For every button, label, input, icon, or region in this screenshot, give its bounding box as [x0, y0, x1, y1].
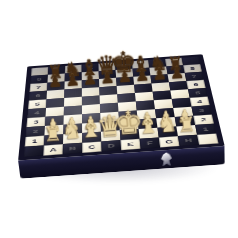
board-grid: ABCDEFGH8♜♞♝♛♚♝♞♜87♟♟♟♟♟♟♟♟7665544332♟♟♟… [24, 57, 219, 157]
coordinate-label: 3 [199, 108, 205, 113]
coordinate-label: 4 [34, 111, 39, 116]
coordinate-label: 6 [193, 82, 199, 86]
coordinate-label: 5 [35, 102, 40, 107]
coordinate-label: G [165, 139, 173, 145]
square-a5 [46, 98, 64, 108]
coordinate-label: C [88, 144, 95, 150]
coordinate-label: 1 [202, 127, 208, 132]
coordinate-label: A [53, 68, 59, 72]
coordinate-label: 4 [197, 99, 203, 104]
coordinate-label: B [69, 146, 76, 152]
coordinate-label: 3 [33, 120, 38, 125]
coordinate-label: H [184, 138, 192, 143]
clasp-icon [161, 152, 172, 166]
square-b5 [64, 97, 82, 107]
coordinate-label: G [154, 61, 161, 65]
border-cell [197, 133, 218, 144]
chess-board: ABCDEFGH8♜♞♝♛♚♝♞♜87♟♟♟♟♟♟♟♟7665544332♟♟♟… [18, 54, 225, 160]
coordinate-label: E [127, 142, 134, 147]
coordinate-label: F [147, 140, 153, 145]
border-cell: B [63, 143, 82, 155]
coordinate-label: 8 [37, 77, 42, 81]
coordinate-label: 5 [195, 91, 201, 96]
coordinate-label: D [104, 65, 110, 69]
perspective-scene: ABCDEFGH8♜♞♝♛♚♝♞♜87♟♟♟♟♟♟♟♟7665544332♟♟♟… [0, 0, 238, 238]
scene-rotation: ABCDEFGH8♜♞♝♛♚♝♞♜87♟♟♟♟♟♟♟♟7665544332♟♟♟… [0, 0, 238, 238]
coordinate-label: 2 [200, 117, 206, 122]
square-g5 [153, 91, 172, 101]
photo-background: ABCDEFGH8♜♞♝♛♚♝♞♜87♟♟♟♟♟♟♟♟7665544332♟♟♟… [0, 0, 238, 238]
border-cell: C [82, 141, 102, 152]
border-cell: D [101, 140, 121, 151]
coordinate-label: H [171, 60, 178, 64]
border-cell: E [120, 139, 140, 150]
coordinate-label: E [121, 63, 127, 67]
coordinate-label: D [108, 143, 115, 149]
coordinate-label: 1 [32, 139, 38, 144]
coordinate-label: 2 [33, 129, 39, 134]
border-cell [24, 145, 44, 157]
coordinate-label: 6 [35, 93, 40, 98]
border-cell: H [178, 135, 199, 146]
coordinate-label: B [70, 67, 76, 71]
coordinate-label: F [138, 62, 144, 66]
coordinate-label: C [87, 66, 93, 70]
border-cell: F [140, 137, 161, 148]
border-cell: A [43, 144, 63, 156]
coordinate-label: 7 [191, 74, 197, 78]
coordinate-label: A [50, 147, 57, 153]
border-cell: G [159, 136, 180, 147]
coordinate-label: 7 [36, 85, 41, 89]
coordinate-label: 8 [190, 66, 196, 70]
